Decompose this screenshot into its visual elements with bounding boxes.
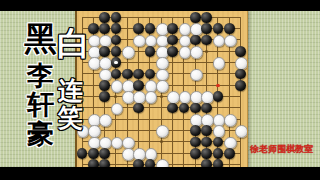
white-stone [156,125,169,138]
star-point [160,95,163,98]
black-stone [133,80,144,91]
black-player-name: 李轩豪 [27,62,55,149]
black-stone [88,148,99,159]
black-stone [122,69,133,80]
black-stone [213,23,224,34]
letterbox-bottom [0,167,320,180]
black-stone [145,46,156,57]
black-stone [99,23,110,34]
black-stone [111,35,122,46]
black-stone [235,80,246,91]
black-stone [201,103,212,114]
black-stone [179,103,190,114]
white-stone [145,91,158,104]
black-stone [201,148,212,159]
black-stone [167,23,178,34]
black-stone [201,137,212,148]
black-stone [201,12,212,23]
white-stone [156,80,169,93]
black-stone [133,159,144,167]
black-stone [133,69,144,80]
black-stone [99,46,110,57]
white-stone [190,69,203,82]
black-stone [190,125,201,136]
white-stone [156,159,169,167]
black-stone [167,46,178,57]
star-point [160,140,163,143]
black-stone [201,125,212,136]
black-stone [99,12,110,23]
black-stone [167,35,178,46]
black-stone [213,159,224,167]
black-stone [111,46,122,57]
black-stone [190,12,201,23]
black-stone [213,137,224,148]
video-frame: 黑 白 李轩豪 连笑 徐老师围棋教室 [0,0,320,180]
black-stone [224,148,235,159]
go-board [75,11,248,167]
white-stone [235,57,248,70]
white-stone [111,103,124,116]
black-stone [224,23,235,34]
black-stone [167,103,178,114]
black-stone [201,23,212,34]
black-stone [99,91,110,102]
white-stone [201,91,214,104]
black-stone [99,80,110,91]
black-color-label: 黑 [24,22,57,55]
black-stone [190,137,201,148]
white-player-name: 连笑 [58,78,84,132]
white-stone [235,125,248,138]
black-stone [111,12,122,23]
white-stone [224,35,237,48]
star-point [205,50,208,53]
white-stone [190,46,203,59]
black-stone [99,159,110,167]
black-stone [133,23,144,34]
black-stone [190,35,201,46]
black-stone [235,69,246,80]
black-stone [111,23,122,34]
white-stone [213,125,226,138]
black-stone [88,159,99,167]
channel-caption: 徐老师围棋教室 [250,145,314,154]
white-stone [213,57,226,70]
black-stone [99,148,110,159]
black-stone [190,103,201,114]
white-stone [122,46,135,59]
black-stone [145,23,156,34]
black-stone [77,148,88,159]
black-stone [201,159,212,167]
black-stone [235,46,246,57]
black-stone [133,103,144,114]
black-stone [145,159,156,167]
black-stone [213,148,224,159]
black-stone [145,69,156,80]
black-stone [190,148,201,159]
grid-line-vertical [240,17,241,167]
red-dot-marker [216,84,219,87]
black-stone [111,69,122,80]
white-stone [224,114,237,127]
black-stone [201,35,212,46]
white-stone [99,114,112,127]
black-stone [213,91,224,102]
white-color-label: 白 [57,27,90,60]
letterbox-top [0,0,320,11]
